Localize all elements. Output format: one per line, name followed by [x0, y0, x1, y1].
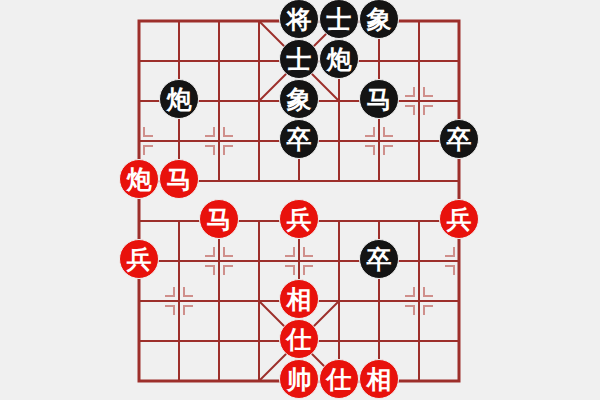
- piece-red-advisor[interactable]: 仕: [319, 359, 359, 399]
- piece-red-soldier[interactable]: 兵: [119, 239, 159, 279]
- piece-black-horse[interactable]: 马: [359, 79, 399, 119]
- piece-black-elephant[interactable]: 象: [279, 79, 319, 119]
- xiangqi-board[interactable]: 将士象士炮炮象马卒卒炮马马兵兵兵卒相仕帅仕相: [0, 0, 600, 400]
- piece-red-elephant[interactable]: 相: [359, 359, 399, 399]
- piece-black-soldier[interactable]: 卒: [439, 119, 479, 159]
- piece-black-general[interactable]: 将: [279, 0, 319, 39]
- piece-black-advisor[interactable]: 士: [279, 39, 319, 79]
- piece-red-soldier[interactable]: 兵: [439, 199, 479, 239]
- piece-red-horse[interactable]: 马: [159, 159, 199, 199]
- xiangqi-diagram: 将士象士炮炮象马卒卒炮马马兵兵兵卒相仕帅仕相: [0, 0, 600, 400]
- piece-red-horse[interactable]: 马: [199, 199, 239, 239]
- piece-red-advisor[interactable]: 仕: [279, 319, 319, 359]
- piece-red-general[interactable]: 帅: [279, 359, 319, 399]
- piece-black-elephant[interactable]: 象: [359, 0, 399, 39]
- piece-black-advisor[interactable]: 士: [319, 0, 359, 39]
- piece-black-cannon[interactable]: 炮: [319, 39, 359, 79]
- piece-red-soldier[interactable]: 兵: [279, 199, 319, 239]
- piece-red-elephant[interactable]: 相: [279, 279, 319, 319]
- piece-black-soldier[interactable]: 卒: [279, 119, 319, 159]
- piece-layer: 将士象士炮炮象马卒卒炮马马兵兵兵卒相仕帅仕相: [119, 0, 479, 399]
- piece-red-cannon[interactable]: 炮: [119, 159, 159, 199]
- piece-black-soldier[interactable]: 卒: [359, 239, 399, 279]
- piece-black-cannon[interactable]: 炮: [159, 79, 199, 119]
